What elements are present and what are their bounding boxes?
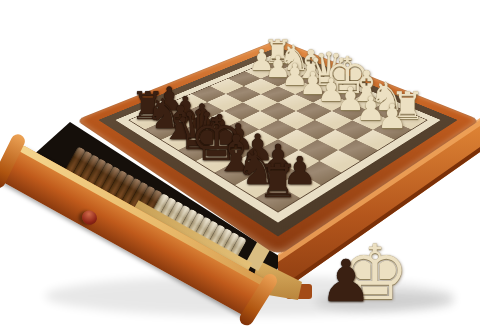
drawer-knob [80,208,100,228]
pieces-shadow [315,292,455,312]
chess-set-product-photo: ♜♞♝♛♚♝♞♜♟♟♟♟♟♟♟♟♟♟♟♟♟♟♟♟♜♞♝♛♚♝♞♜ ♟♚ [0,0,500,333]
